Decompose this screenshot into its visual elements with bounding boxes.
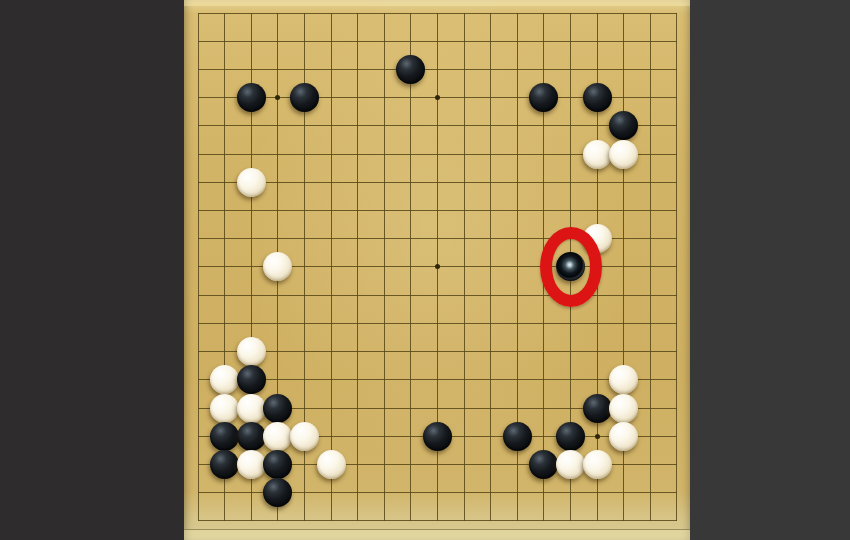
black-stone	[609, 111, 638, 140]
last-move-marker	[540, 227, 602, 307]
left-letterbox	[0, 0, 184, 540]
right-letterbox	[690, 0, 850, 540]
board-bottom-edge	[184, 529, 690, 540]
black-stone	[290, 83, 319, 112]
black-stone	[237, 422, 266, 451]
white-stone	[609, 422, 638, 451]
black-stone	[529, 450, 558, 479]
go-board[interactable]	[184, 0, 690, 540]
grid-line	[198, 379, 677, 380]
video-frame	[0, 0, 850, 540]
white-stone	[237, 168, 266, 197]
white-stone	[237, 394, 266, 423]
white-stone	[263, 252, 292, 281]
black-stone	[237, 365, 266, 394]
grid-line	[198, 295, 677, 296]
grid-line	[198, 520, 677, 521]
white-stone	[609, 394, 638, 423]
black-stone	[529, 83, 558, 112]
board-top-edge	[184, 0, 690, 6]
black-stone	[237, 83, 266, 112]
black-stone	[583, 83, 612, 112]
white-stone	[609, 365, 638, 394]
white-stone	[210, 365, 239, 394]
grid-line	[676, 13, 677, 521]
white-stone	[609, 140, 638, 169]
white-stone	[583, 140, 612, 169]
grid-line	[464, 13, 465, 521]
star-point	[275, 95, 280, 100]
grid-line	[490, 13, 491, 521]
white-stone	[210, 394, 239, 423]
grid-line	[650, 13, 651, 521]
white-stone	[290, 422, 319, 451]
star-point	[435, 264, 440, 269]
black-stone	[503, 422, 532, 451]
grid-line	[198, 351, 677, 352]
white-stone	[237, 337, 266, 366]
black-stone	[423, 422, 452, 451]
black-stone	[556, 422, 585, 451]
black-stone	[263, 450, 292, 479]
grid-line	[198, 323, 677, 324]
white-stone	[556, 450, 585, 479]
black-stone	[396, 55, 425, 84]
star-point	[435, 95, 440, 100]
black-stone	[583, 394, 612, 423]
star-point	[595, 434, 600, 439]
black-stone	[263, 394, 292, 423]
white-stone	[317, 450, 346, 479]
black-stone	[210, 422, 239, 451]
black-stone	[263, 478, 292, 507]
white-stone	[237, 450, 266, 479]
black-stone	[210, 450, 239, 479]
white-stone	[263, 422, 292, 451]
white-stone	[583, 450, 612, 479]
